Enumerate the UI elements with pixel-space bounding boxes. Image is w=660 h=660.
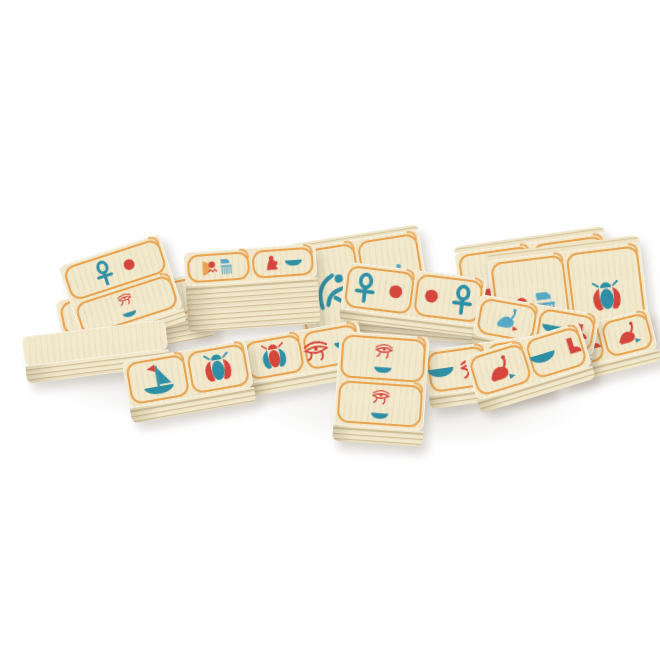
tile-face	[333, 331, 429, 431]
corner-tile	[332, 331, 429, 447]
eye-of-horus-glyph	[373, 340, 395, 362]
cartouche-half	[340, 334, 427, 382]
scarab-glyph	[197, 348, 238, 389]
tile-edge	[186, 277, 321, 332]
ankh-glyph	[347, 270, 383, 306]
bowl-boat-glyph	[120, 307, 139, 322]
bird-glyph	[491, 304, 522, 335]
cartouche-half	[251, 247, 314, 279]
cartouche-half	[125, 354, 190, 406]
cartouche-half	[413, 273, 484, 323]
cartouche-half	[337, 380, 424, 428]
scene	[0, 0, 660, 660]
cartouche-half	[600, 312, 655, 358]
bowl-boat-glyph	[372, 363, 394, 377]
seated-figure-glyph	[261, 253, 283, 275]
bowl-boat-glyph	[283, 255, 304, 269]
cartouche-half	[186, 343, 251, 395]
scarab-red-glyph	[256, 339, 293, 376]
sun-disk-glyph	[115, 251, 142, 278]
vessel-set-glyph	[198, 255, 238, 279]
tall-stack	[183, 243, 320, 332]
eye-of-horus-glyph	[369, 385, 391, 407]
sun-disk-glyph	[382, 277, 411, 306]
ankh-glyph	[444, 282, 480, 318]
bird-red-glyph	[611, 319, 644, 352]
bowl-boat-glyph	[368, 408, 390, 422]
sun-disk-glyph	[417, 282, 446, 311]
bird-red-glyph	[481, 351, 519, 389]
cartouche-half	[344, 265, 415, 315]
scarab-glyph	[586, 277, 628, 319]
cartouche-half	[187, 251, 250, 283]
eye-of-horus-glyph	[300, 333, 333, 366]
bowl-boat-glyph	[425, 360, 458, 383]
cartouche-half	[243, 334, 304, 381]
bowl-boat-glyph	[525, 343, 560, 370]
sailboat-glyph	[136, 358, 179, 401]
